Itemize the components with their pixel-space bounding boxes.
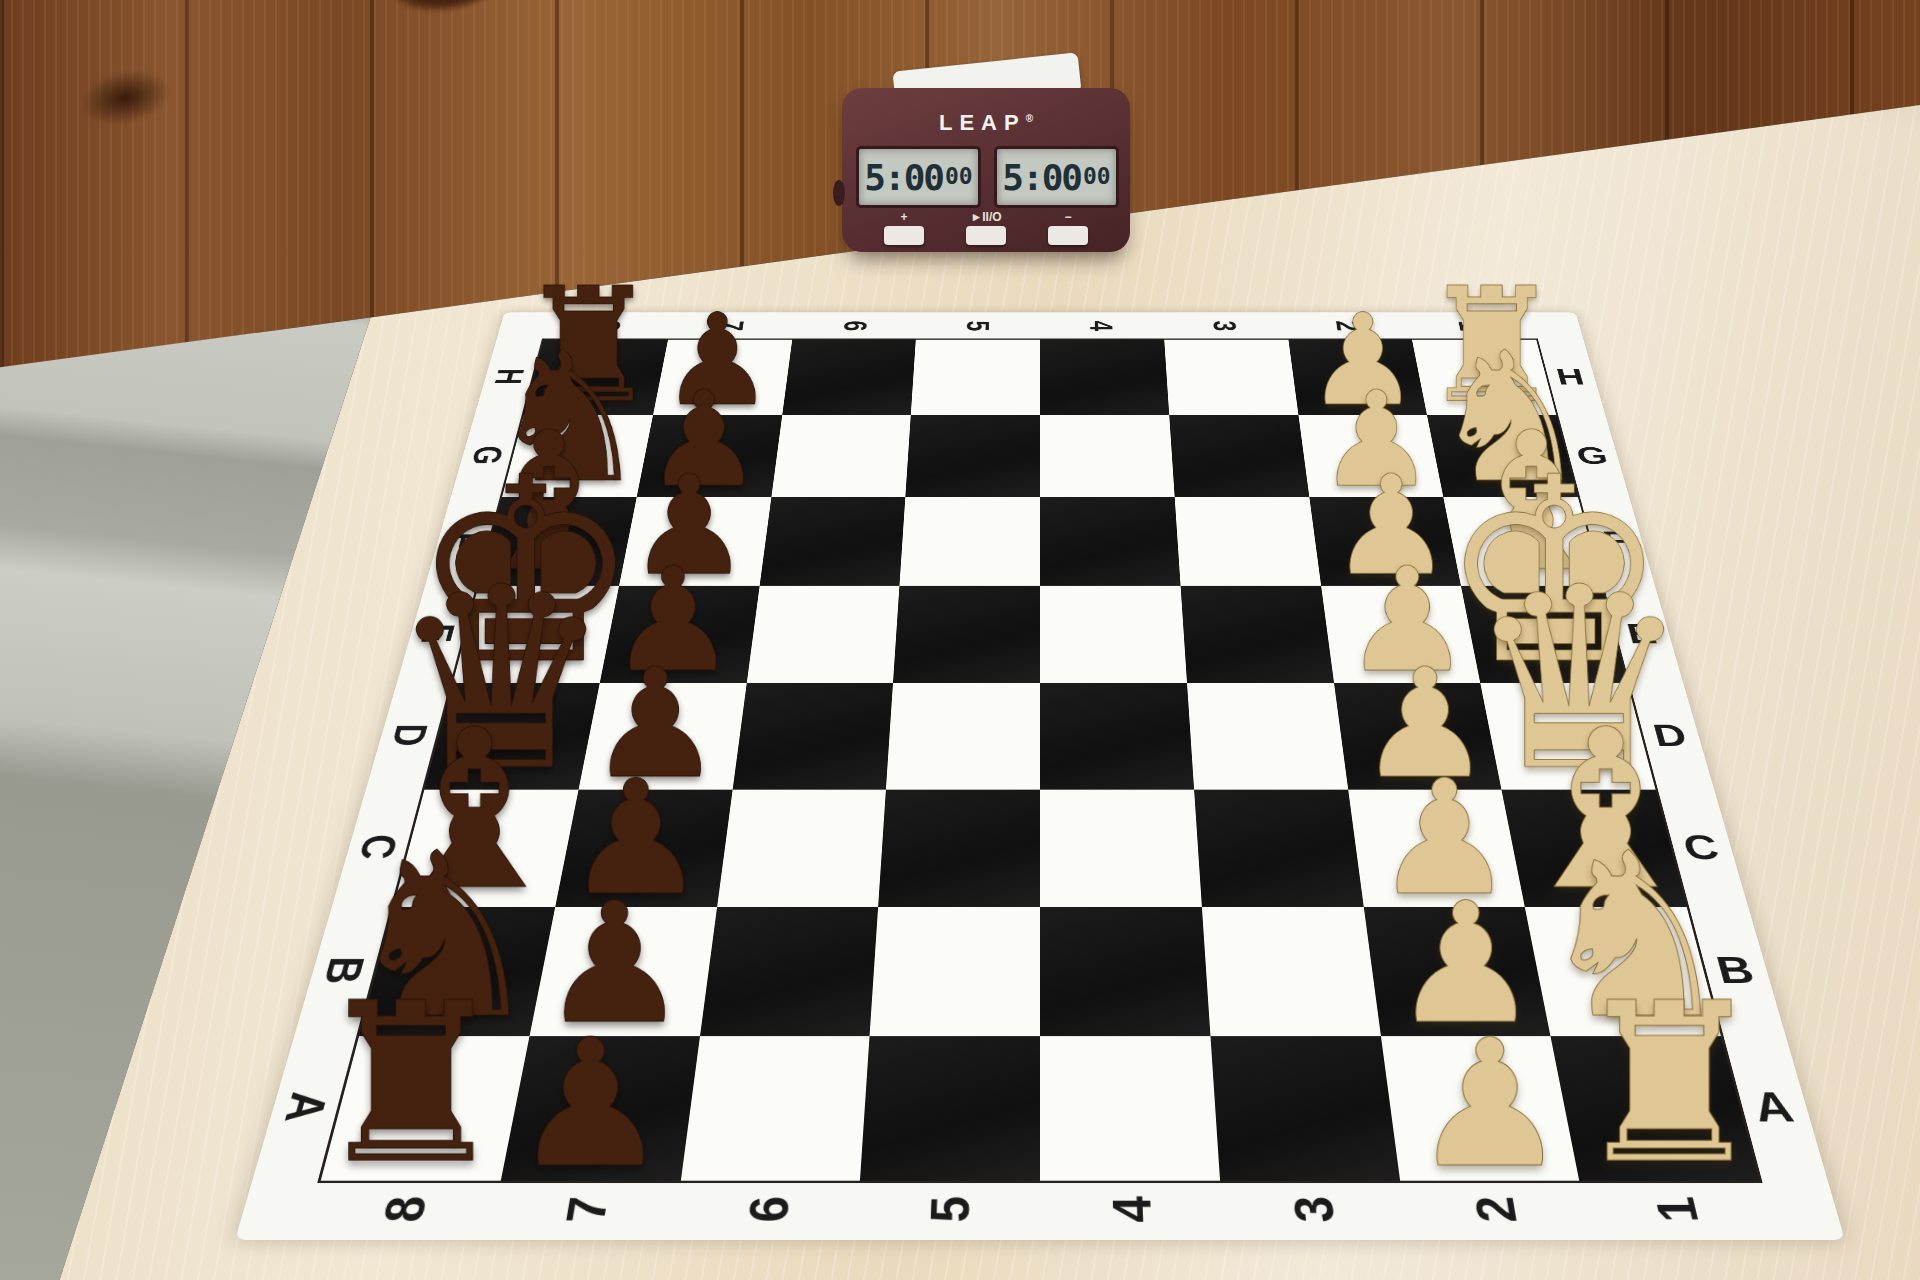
chess-clock: LEAP® 5:00 00 5:00 00 + ►II/O − bbox=[842, 88, 1130, 252]
coordinate-left-h: H bbox=[442, 362, 576, 391]
clock-body: LEAP® 5:00 00 5:00 00 + ►II/O − bbox=[842, 88, 1130, 252]
clock-time-left: 5:00 bbox=[864, 157, 943, 198]
coordinate-left-a: A bbox=[211, 1079, 401, 1134]
coordinate-bottom-5: 5 bbox=[910, 1134, 986, 1280]
coordinate-top-4: 4 bbox=[1077, 291, 1126, 362]
clock-display-right: 5:00 00 bbox=[994, 146, 1119, 208]
coordinate-left-e: E bbox=[361, 615, 515, 652]
clock-plus-label: + bbox=[884, 210, 924, 224]
coordinate-top-3: 3 bbox=[1198, 291, 1252, 362]
clock-minus-button[interactable] bbox=[1048, 226, 1088, 245]
coordinate-top-5: 5 bbox=[953, 291, 1002, 362]
clock-brand: LEAP® bbox=[842, 110, 1130, 136]
coordinate-left-d: D bbox=[329, 715, 491, 756]
coordinate-bottom-4: 4 bbox=[1094, 1134, 1170, 1280]
wood-knot bbox=[390, 0, 510, 19]
clock-minus-label: − bbox=[1048, 210, 1088, 224]
coordinate-left-c: C bbox=[293, 825, 463, 870]
clock-time-right: 5:00 bbox=[1002, 157, 1081, 198]
clock-playpause-label: ►II/O bbox=[966, 210, 1006, 224]
clock-display-left: 5:00 00 bbox=[856, 146, 981, 208]
clock-plus-button[interactable] bbox=[884, 226, 924, 245]
chess-board: 88HH77GG66FF55EE44DD33CC22BB11AA ♜♞♝♛♚♝♞… bbox=[235, 312, 1845, 1240]
coordinate-left-f: F bbox=[390, 524, 537, 558]
scene: 88HH77GG66FF55EE44DD33CC22BB11AA ♜♞♝♛♚♝♞… bbox=[0, 0, 1920, 1280]
wood-knot bbox=[80, 65, 170, 131]
coordinate-left-g: G bbox=[417, 440, 557, 471]
coordinate-left-b: B bbox=[254, 945, 434, 994]
coordinate-top-6: 6 bbox=[828, 291, 882, 362]
clock-playpause-button[interactable] bbox=[966, 226, 1006, 245]
